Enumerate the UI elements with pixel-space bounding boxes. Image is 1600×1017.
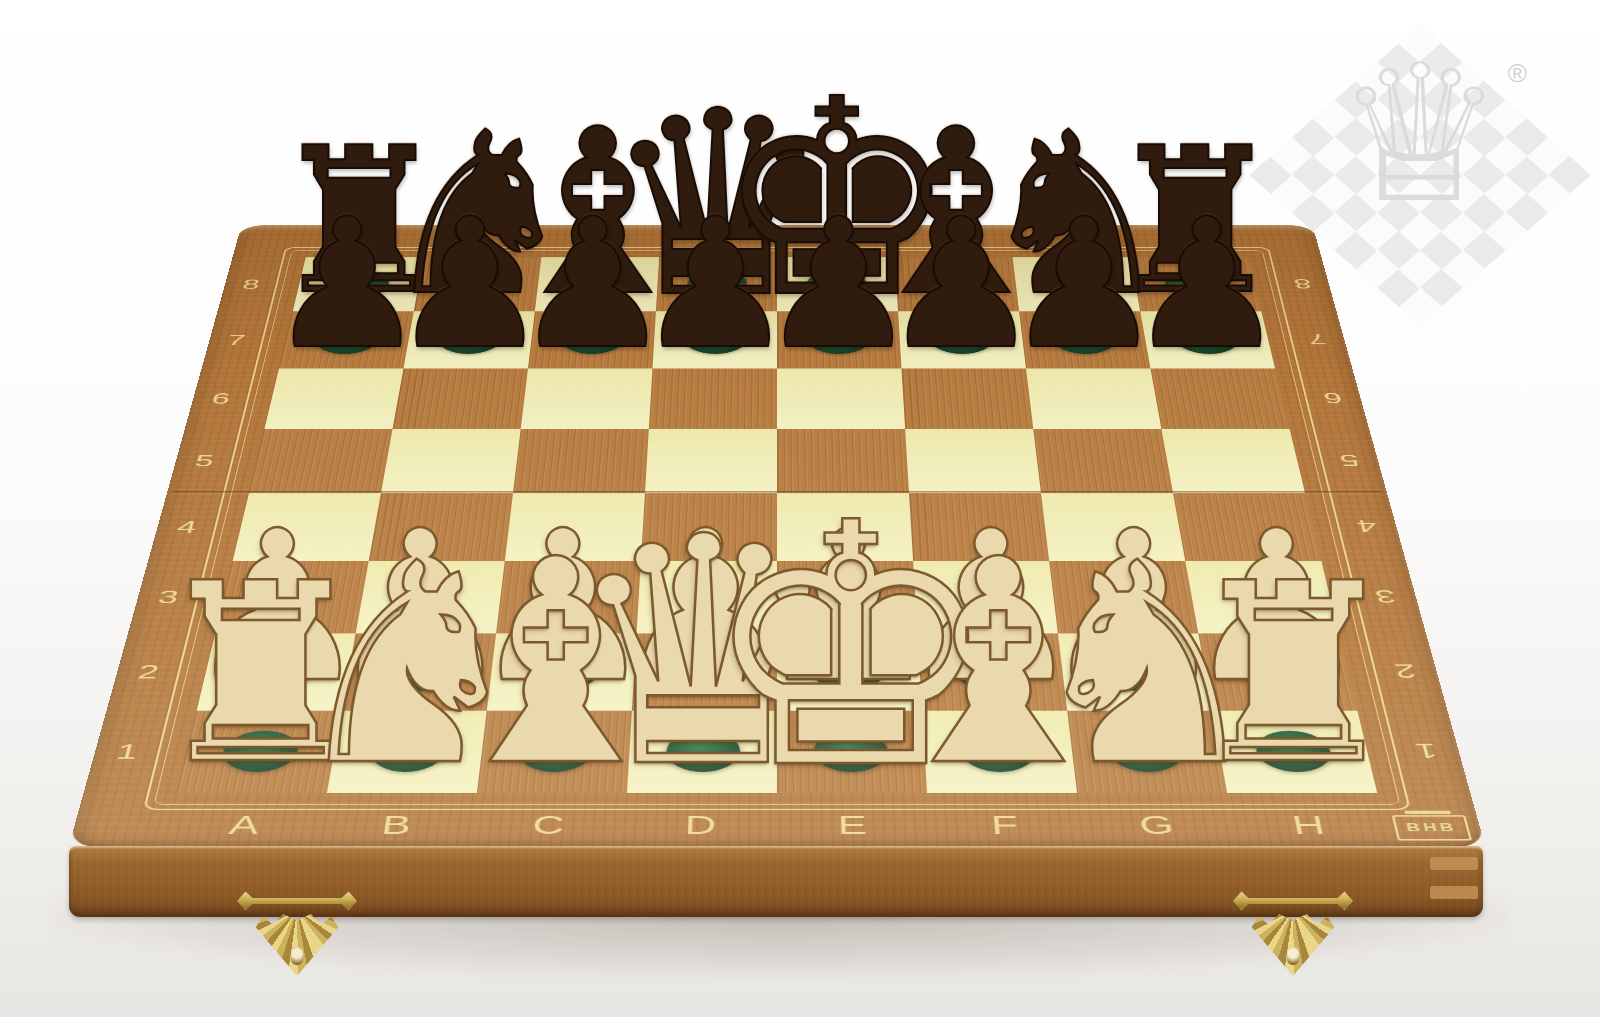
square-d5 [645, 429, 777, 493]
square-b5 [381, 429, 521, 493]
square-e5 [777, 429, 909, 493]
registered-mark: ® [1508, 58, 1527, 89]
clasp-fan [1250, 910, 1336, 976]
square-h4 [1173, 493, 1321, 561]
square-e6 [777, 368, 905, 428]
file-label-g: G [1079, 811, 1235, 840]
file-label-d: D [624, 811, 777, 840]
square-f4 [909, 493, 1049, 561]
felt-base [684, 325, 746, 354]
square-b6 [393, 368, 528, 428]
file-label-e: E [777, 811, 930, 840]
square-e3 [777, 561, 917, 633]
square-f3 [913, 561, 1058, 633]
square-c5 [513, 429, 649, 493]
felt-base [669, 652, 742, 691]
square-a5 [249, 429, 393, 493]
felt-base [807, 325, 869, 354]
square-h5 [1161, 429, 1305, 493]
file-label-a: A [166, 811, 324, 840]
square-a6 [264, 368, 403, 428]
fold-seam [172, 491, 1382, 493]
finger-joint [1430, 857, 1478, 870]
square-d3 [637, 561, 777, 633]
square-g4 [1041, 493, 1185, 561]
file-label-c: C [471, 811, 626, 840]
clasp-fan [254, 910, 340, 976]
square-b4 [369, 493, 513, 561]
brass-clasp-left [237, 889, 357, 976]
chess-set-photo: ♕ ® ABCDEFGH8877665544332211 BHB ♜♞♝♛♚♝♞… [0, 0, 1600, 1017]
square-f6 [902, 368, 1034, 428]
felt-base [807, 271, 868, 298]
square-c4 [505, 493, 645, 561]
square-g6 [1026, 368, 1161, 428]
queen-icon: ♕ [1335, 40, 1505, 230]
square-g5 [1033, 429, 1173, 493]
file-label-h: H [1230, 811, 1388, 840]
clasp-bar [237, 889, 357, 913]
clasp-bar [1233, 889, 1353, 913]
square-e4 [777, 493, 913, 561]
file-label-f: F [928, 811, 1083, 840]
square-b3 [356, 561, 505, 633]
file-label-b: B [318, 811, 474, 840]
bhb-logo: BHB [1392, 815, 1472, 840]
square-a4 [233, 493, 381, 561]
square-c3 [496, 561, 641, 633]
square-h6 [1151, 368, 1290, 428]
chess-board: ABCDEFGH8877665544332211 BHB [69, 225, 1486, 847]
square-f5 [905, 429, 1041, 493]
finger-joint [1430, 886, 1478, 899]
square-g3 [1049, 561, 1198, 633]
felt-base [814, 731, 889, 772]
square-d4 [641, 493, 777, 561]
square-a3 [215, 561, 369, 633]
square-h3 [1185, 561, 1339, 633]
felt-base [812, 652, 885, 691]
square-d6 [649, 368, 777, 428]
square-c6 [521, 368, 653, 428]
brass-clasp-right [1233, 889, 1353, 976]
felt-base [687, 271, 748, 298]
